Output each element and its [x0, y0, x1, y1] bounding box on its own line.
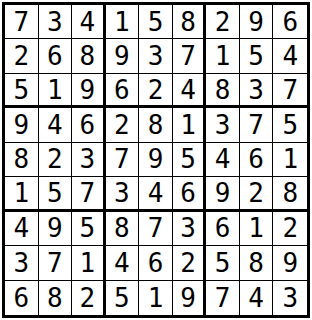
- cell-r7c5[interactable]: 7: [139, 212, 173, 246]
- cell-r7c6[interactable]: 3: [173, 212, 207, 246]
- cell-r9c2[interactable]: 8: [39, 281, 73, 315]
- cell-r3c1[interactable]: 5: [5, 74, 39, 108]
- cell-r5c4[interactable]: 7: [106, 143, 140, 177]
- cell-r3c6[interactable]: 4: [173, 74, 207, 108]
- cell-r7c3[interactable]: 5: [72, 212, 106, 246]
- cell-r8c1[interactable]: 3: [5, 246, 39, 280]
- cell-r8c8[interactable]: 8: [240, 246, 274, 280]
- cell-r2c8[interactable]: 5: [240, 39, 274, 73]
- cell-r7c2[interactable]: 9: [39, 212, 73, 246]
- cell-r3c5[interactable]: 2: [139, 74, 173, 108]
- cell-r8c4[interactable]: 4: [106, 246, 140, 280]
- cell-r7c4[interactable]: 8: [106, 212, 140, 246]
- cell-r7c9[interactable]: 2: [273, 212, 307, 246]
- cell-r5c9[interactable]: 1: [273, 143, 307, 177]
- sudoku-board: 7341582962689371545196248379462813758237…: [2, 2, 310, 318]
- cell-r9c8[interactable]: 4: [240, 281, 274, 315]
- cell-r4c2[interactable]: 4: [39, 108, 73, 142]
- cell-r2c7[interactable]: 1: [206, 39, 240, 73]
- cell-r5c1[interactable]: 8: [5, 143, 39, 177]
- cell-r9c5[interactable]: 1: [139, 281, 173, 315]
- cell-r1c3[interactable]: 4: [72, 5, 106, 39]
- cell-r4c8[interactable]: 7: [240, 108, 274, 142]
- cell-r6c9[interactable]: 8: [273, 177, 307, 211]
- cell-r3c8[interactable]: 3: [240, 74, 274, 108]
- cell-r8c5[interactable]: 6: [139, 246, 173, 280]
- cell-r4c1[interactable]: 9: [5, 108, 39, 142]
- cell-r4c7[interactable]: 3: [206, 108, 240, 142]
- cell-r1c5[interactable]: 5: [139, 5, 173, 39]
- cell-r5c5[interactable]: 9: [139, 143, 173, 177]
- cell-r4c9[interactable]: 5: [273, 108, 307, 142]
- cell-r9c7[interactable]: 7: [206, 281, 240, 315]
- cell-r2c2[interactable]: 6: [39, 39, 73, 73]
- cell-r9c4[interactable]: 5: [106, 281, 140, 315]
- cell-r5c8[interactable]: 6: [240, 143, 274, 177]
- cell-r4c4[interactable]: 2: [106, 108, 140, 142]
- cell-r7c1[interactable]: 4: [5, 212, 39, 246]
- cell-r6c4[interactable]: 3: [106, 177, 140, 211]
- cell-r3c2[interactable]: 1: [39, 74, 73, 108]
- cell-r2c4[interactable]: 9: [106, 39, 140, 73]
- cell-r6c1[interactable]: 1: [5, 177, 39, 211]
- cell-r1c7[interactable]: 2: [206, 5, 240, 39]
- cell-r5c6[interactable]: 5: [173, 143, 207, 177]
- cell-r9c1[interactable]: 6: [5, 281, 39, 315]
- cell-r2c3[interactable]: 8: [72, 39, 106, 73]
- cell-r8c3[interactable]: 1: [72, 246, 106, 280]
- cell-r3c4[interactable]: 6: [106, 74, 140, 108]
- cell-r4c3[interactable]: 6: [72, 108, 106, 142]
- cell-r3c9[interactable]: 7: [273, 74, 307, 108]
- cell-r8c7[interactable]: 5: [206, 246, 240, 280]
- cell-r5c7[interactable]: 4: [206, 143, 240, 177]
- cell-r8c2[interactable]: 7: [39, 246, 73, 280]
- cell-r5c2[interactable]: 2: [39, 143, 73, 177]
- cell-r3c3[interactable]: 9: [72, 74, 106, 108]
- cell-r6c8[interactable]: 2: [240, 177, 274, 211]
- cell-r1c9[interactable]: 6: [273, 5, 307, 39]
- cell-r3c7[interactable]: 8: [206, 74, 240, 108]
- cell-r2c5[interactable]: 3: [139, 39, 173, 73]
- cell-r6c5[interactable]: 4: [139, 177, 173, 211]
- cell-r4c6[interactable]: 1: [173, 108, 207, 142]
- cell-r1c8[interactable]: 9: [240, 5, 274, 39]
- cell-r2c1[interactable]: 2: [5, 39, 39, 73]
- cell-r1c1[interactable]: 7: [5, 5, 39, 39]
- cell-r9c3[interactable]: 2: [72, 281, 106, 315]
- cell-r2c6[interactable]: 7: [173, 39, 207, 73]
- cell-r6c6[interactable]: 6: [173, 177, 207, 211]
- cell-r4c5[interactable]: 8: [139, 108, 173, 142]
- cell-r5c3[interactable]: 3: [72, 143, 106, 177]
- cell-r7c7[interactable]: 6: [206, 212, 240, 246]
- cell-r9c9[interactable]: 3: [273, 281, 307, 315]
- cell-r2c9[interactable]: 4: [273, 39, 307, 73]
- cell-r6c3[interactable]: 7: [72, 177, 106, 211]
- cell-r1c2[interactable]: 3: [39, 5, 73, 39]
- cell-r7c8[interactable]: 1: [240, 212, 274, 246]
- cell-r6c7[interactable]: 9: [206, 177, 240, 211]
- cell-r1c4[interactable]: 1: [106, 5, 140, 39]
- cell-r8c6[interactable]: 2: [173, 246, 207, 280]
- cell-r1c6[interactable]: 8: [173, 5, 207, 39]
- cell-r9c6[interactable]: 9: [173, 281, 207, 315]
- cell-r8c9[interactable]: 9: [273, 246, 307, 280]
- cell-r6c2[interactable]: 5: [39, 177, 73, 211]
